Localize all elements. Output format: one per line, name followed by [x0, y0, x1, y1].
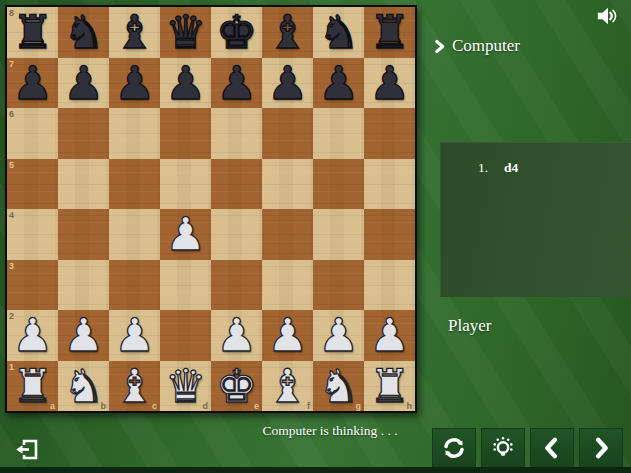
file-label-e: e: [254, 401, 259, 411]
computer-section-toggle[interactable]: Computer: [434, 36, 520, 56]
square-b2[interactable]: ♟: [58, 310, 109, 361]
square-d5[interactable]: [160, 159, 211, 210]
square-e8[interactable]: ♚: [211, 7, 262, 58]
piece-black-pawn: ♟: [369, 58, 410, 108]
move-row: 1.d4: [440, 142, 631, 176]
square-b7[interactable]: ♟: [58, 58, 109, 109]
square-h6[interactable]: [364, 108, 415, 159]
square-e1[interactable]: e♚: [211, 361, 262, 412]
square-b4[interactable]: [58, 209, 109, 260]
square-e5[interactable]: [211, 159, 262, 210]
chess-app: 8♜♞♝♛♚♝♞♜7♟♟♟♟♟♟♟♟654♟32♟♟♟♟♟♟♟1a♜b♞c♝d♛…: [0, 0, 631, 473]
square-f8[interactable]: ♝: [262, 7, 313, 58]
status-text: Computer is thinking . . .: [230, 423, 430, 439]
piece-black-pawn: ♟: [12, 58, 53, 108]
square-a1[interactable]: 1a♜: [7, 361, 58, 412]
file-label-b: b: [101, 401, 107, 411]
back-arrow-icon: [538, 434, 566, 462]
piece-black-pawn: ♟: [165, 58, 206, 108]
piece-black-queen: ♛: [165, 7, 206, 57]
square-h5[interactable]: [364, 159, 415, 210]
square-c7[interactable]: ♟: [109, 58, 160, 109]
square-b5[interactable]: [58, 159, 109, 210]
square-g7[interactable]: ♟: [313, 58, 364, 109]
piece-black-rook: ♜: [12, 7, 53, 57]
piece-black-knight: ♞: [63, 7, 104, 57]
hint-button[interactable]: [481, 428, 525, 468]
chess-board: 8♜♞♝♛♚♝♞♜7♟♟♟♟♟♟♟♟654♟32♟♟♟♟♟♟♟1a♜b♞c♝d♛…: [5, 5, 417, 413]
square-f6[interactable]: [262, 108, 313, 159]
square-c3[interactable]: [109, 260, 160, 311]
square-a6[interactable]: 6: [7, 108, 58, 159]
rank-label-6: 6: [9, 109, 14, 119]
square-b1[interactable]: b♞: [58, 361, 109, 412]
square-g5[interactable]: [313, 159, 364, 210]
square-c5[interactable]: [109, 159, 160, 210]
back-button[interactable]: [530, 428, 574, 468]
square-a5[interactable]: 5: [7, 159, 58, 210]
square-d6[interactable]: [160, 108, 211, 159]
forward-button[interactable]: [579, 428, 623, 468]
square-c6[interactable]: [109, 108, 160, 159]
square-h2[interactable]: ♟: [364, 310, 415, 361]
rank-label-8: 8: [9, 8, 14, 18]
square-g2[interactable]: ♟: [313, 310, 364, 361]
square-f1[interactable]: f♝: [262, 361, 313, 412]
rank-label-4: 4: [9, 210, 14, 220]
exit-icon: [13, 436, 41, 463]
restart-button[interactable]: [432, 428, 476, 468]
square-b3[interactable]: [58, 260, 109, 311]
piece-black-knight: ♞: [318, 7, 359, 57]
restart-icon: [440, 434, 468, 462]
rank-label-5: 5: [9, 160, 14, 170]
square-d2[interactable]: [160, 310, 211, 361]
square-g8[interactable]: ♞: [313, 7, 364, 58]
hint-bulb-icon: [489, 434, 517, 462]
piece-white-pawn: ♟: [63, 310, 104, 360]
computer-label: Computer: [452, 36, 520, 56]
player-label: Player: [448, 316, 491, 336]
square-f5[interactable]: [262, 159, 313, 210]
square-e6[interactable]: [211, 108, 262, 159]
square-g6[interactable]: [313, 108, 364, 159]
piece-white-pawn: ♟: [114, 310, 155, 360]
piece-black-pawn: ♟: [267, 58, 308, 108]
rank-label-1: 1: [9, 362, 14, 372]
move-list: 1.d4: [440, 142, 631, 297]
rank-label-2: 2: [9, 311, 14, 321]
bottom-strip: [0, 467, 631, 473]
piece-black-rook: ♜: [369, 7, 410, 57]
square-a4[interactable]: 4: [7, 209, 58, 260]
file-label-a: a: [50, 401, 55, 411]
piece-white-pawn: ♟: [165, 209, 206, 259]
sound-button[interactable]: [595, 4, 621, 28]
file-label-g: g: [356, 401, 362, 411]
piece-white-pawn: ♟: [12, 310, 53, 360]
piece-white-bishop: ♝: [267, 361, 308, 411]
square-c1[interactable]: c♝: [109, 361, 160, 412]
square-e4[interactable]: [211, 209, 262, 260]
rank-label-7: 7: [9, 59, 14, 69]
piece-black-pawn: ♟: [318, 58, 359, 108]
square-d4[interactable]: ♟: [160, 209, 211, 260]
square-a3[interactable]: 3: [7, 260, 58, 311]
square-g3[interactable]: [313, 260, 364, 311]
square-f4[interactable]: [262, 209, 313, 260]
square-c8[interactable]: ♝: [109, 7, 160, 58]
square-h7[interactable]: ♟: [364, 58, 415, 109]
piece-black-pawn: ♟: [114, 58, 155, 108]
piece-white-knight: ♞: [318, 361, 359, 411]
file-label-d: d: [203, 401, 209, 411]
square-h1[interactable]: h♜: [364, 361, 415, 412]
piece-white-queen: ♛: [165, 361, 206, 411]
piece-black-bishop: ♝: [114, 7, 155, 57]
square-f7[interactable]: ♟: [262, 58, 313, 109]
move-number: 1.: [478, 160, 504, 176]
piece-black-king: ♚: [216, 7, 257, 57]
piece-black-pawn: ♟: [216, 58, 257, 108]
piece-black-pawn: ♟: [63, 58, 104, 108]
square-f3[interactable]: [262, 260, 313, 311]
speaker-icon: [595, 4, 621, 28]
square-h3[interactable]: [364, 260, 415, 311]
file-label-c: c: [152, 401, 157, 411]
square-f2[interactable]: ♟: [262, 310, 313, 361]
square-b6[interactable]: [58, 108, 109, 159]
piece-white-pawn: ♟: [267, 310, 308, 360]
piece-white-king: ♚: [216, 361, 257, 411]
piece-black-bishop: ♝: [267, 7, 308, 57]
piece-white-pawn: ♟: [369, 310, 410, 360]
exit-button[interactable]: [13, 436, 41, 463]
square-d8[interactable]: ♛: [160, 7, 211, 58]
piece-white-knight: ♞: [63, 361, 104, 411]
square-a2[interactable]: 2♟: [7, 310, 58, 361]
square-e7[interactable]: ♟: [211, 58, 262, 109]
square-c4[interactable]: [109, 209, 160, 260]
control-bar: [432, 428, 623, 468]
square-c2[interactable]: ♟: [109, 310, 160, 361]
piece-white-pawn: ♟: [216, 310, 257, 360]
square-e2[interactable]: ♟: [211, 310, 262, 361]
square-h8[interactable]: ♜: [364, 7, 415, 58]
file-label-f: f: [307, 401, 310, 411]
square-d1[interactable]: d♛: [160, 361, 211, 412]
forward-arrow-icon: [587, 434, 615, 462]
piece-white-rook: ♜: [369, 361, 410, 411]
move-white-san: d4: [504, 160, 518, 176]
square-g1[interactable]: g♞: [313, 361, 364, 412]
piece-white-rook: ♜: [12, 361, 53, 411]
square-b8[interactable]: ♞: [58, 7, 109, 58]
square-d3[interactable]: [160, 260, 211, 311]
piece-white-bishop: ♝: [114, 361, 155, 411]
square-g4[interactable]: [313, 209, 364, 260]
rank-label-3: 3: [9, 261, 14, 271]
square-h4[interactable]: [364, 209, 415, 260]
chevron-right-icon: [434, 39, 445, 54]
square-d7[interactable]: ♟: [160, 58, 211, 109]
square-a7[interactable]: 7♟: [7, 58, 58, 109]
piece-white-pawn: ♟: [318, 310, 359, 360]
file-label-h: h: [407, 401, 413, 411]
square-a8[interactable]: 8♜: [7, 7, 58, 58]
square-e3[interactable]: [211, 260, 262, 311]
